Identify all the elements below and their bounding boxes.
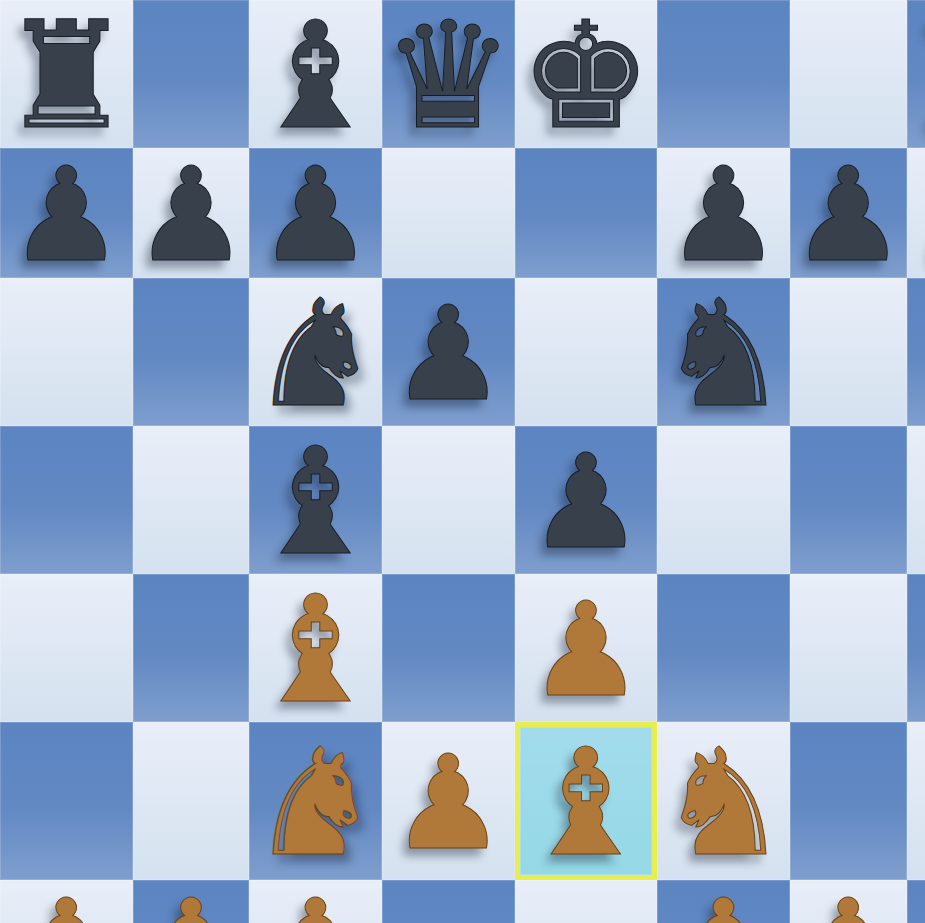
square-f3[interactable]: ♞: [657, 722, 790, 880]
square-h2[interactable]: ♟: [907, 880, 925, 923]
black-pawn[interactable]: ♟: [528, 437, 645, 567]
chess-board: ♜♝♛♚♜♟♟♟♟♟♟♞♟♞♝♟♝♟♞♟♝♞♟♟♟♟♟♟♜♛♚♜: [0, 0, 925, 923]
white-pawn[interactable]: ♟: [133, 882, 250, 923]
white-pawn[interactable]: ♟: [257, 882, 374, 923]
square-c4[interactable]: ♝: [249, 574, 382, 722]
square-c2[interactable]: ♟: [249, 880, 382, 923]
square-b7[interactable]: ♟: [133, 148, 250, 278]
black-king[interactable]: ♚: [520, 2, 653, 150]
white-bishop[interactable]: ♝: [249, 576, 382, 724]
square-b5[interactable]: [133, 426, 250, 574]
square-f6[interactable]: ♞: [657, 278, 790, 426]
square-e4[interactable]: ♟: [515, 574, 658, 722]
black-bishop[interactable]: ♝: [249, 2, 382, 150]
square-c5[interactable]: ♝: [249, 426, 382, 574]
white-knight[interactable]: ♞: [657, 729, 790, 877]
square-b2[interactable]: ♟: [133, 880, 250, 923]
square-d7[interactable]: [382, 148, 515, 278]
square-h5[interactable]: [907, 426, 925, 574]
square-a8[interactable]: ♜: [0, 0, 133, 148]
square-d2[interactable]: [382, 880, 515, 923]
chess-app: ♜♝♛♚♜♟♟♟♟♟♟♞♟♞♝♟♝♟♞♟♝♞♟♟♟♟♟♟♜♛♚♜: [0, 0, 925, 923]
square-c6[interactable]: ♞: [249, 278, 382, 426]
square-f4[interactable]: [657, 574, 790, 722]
square-b4[interactable]: [133, 574, 250, 722]
black-knight[interactable]: ♞: [249, 280, 382, 428]
black-pawn[interactable]: ♟: [665, 150, 782, 280]
white-bishop[interactable]: ♝: [520, 729, 653, 877]
square-a3[interactable]: [0, 722, 133, 880]
square-d6[interactable]: ♟: [382, 278, 515, 426]
white-pawn[interactable]: ♟: [390, 738, 507, 868]
black-rook[interactable]: ♜: [907, 2, 925, 150]
black-pawn[interactable]: ♟: [8, 150, 125, 280]
square-a6[interactable]: [0, 278, 133, 426]
square-g5[interactable]: [790, 426, 907, 574]
square-f2[interactable]: ♟: [657, 880, 790, 923]
square-e3[interactable]: ♝: [515, 722, 658, 880]
black-pawn[interactable]: ♟: [390, 289, 507, 419]
white-pawn[interactable]: ♟: [528, 585, 645, 715]
square-c8[interactable]: ♝: [249, 0, 382, 148]
square-e7[interactable]: [515, 148, 658, 278]
black-queen[interactable]: ♛: [382, 2, 515, 150]
black-pawn[interactable]: ♟: [133, 150, 250, 280]
white-pawn[interactable]: ♟: [8, 882, 125, 923]
square-b3[interactable]: [133, 722, 250, 880]
square-e5[interactable]: ♟: [515, 426, 658, 574]
square-a7[interactable]: ♟: [0, 148, 133, 278]
square-h4[interactable]: [907, 574, 925, 722]
square-d3[interactable]: ♟: [382, 722, 515, 880]
black-bishop[interactable]: ♝: [249, 428, 382, 576]
square-a5[interactable]: [0, 426, 133, 574]
square-c7[interactable]: ♟: [249, 148, 382, 278]
square-d4[interactable]: [382, 574, 515, 722]
square-g3[interactable]: [790, 722, 907, 880]
square-a2[interactable]: ♟: [0, 880, 133, 923]
white-knight[interactable]: ♞: [249, 729, 382, 877]
square-b8[interactable]: [133, 0, 250, 148]
black-rook[interactable]: ♜: [0, 2, 133, 150]
square-d8[interactable]: ♛: [382, 0, 515, 148]
square-h6[interactable]: [907, 278, 925, 426]
white-pawn[interactable]: ♟: [915, 882, 925, 923]
square-c3[interactable]: ♞: [249, 722, 382, 880]
square-g7[interactable]: ♟: [790, 148, 907, 278]
square-f7[interactable]: ♟: [657, 148, 790, 278]
black-pawn[interactable]: ♟: [915, 150, 925, 280]
square-g2[interactable]: ♟: [790, 880, 907, 923]
black-pawn[interactable]: ♟: [257, 150, 374, 280]
square-e8[interactable]: ♚: [515, 0, 658, 148]
square-d5[interactable]: [382, 426, 515, 574]
white-pawn[interactable]: ♟: [665, 882, 782, 923]
square-h3[interactable]: [907, 722, 925, 880]
square-f5[interactable]: [657, 426, 790, 574]
square-a4[interactable]: [0, 574, 133, 722]
black-pawn[interactable]: ♟: [790, 150, 907, 280]
square-e6[interactable]: [515, 278, 658, 426]
square-g4[interactable]: [790, 574, 907, 722]
white-pawn[interactable]: ♟: [790, 882, 907, 923]
square-g8[interactable]: [790, 0, 907, 148]
square-g6[interactable]: [790, 278, 907, 426]
square-f8[interactable]: [657, 0, 790, 148]
square-b6[interactable]: [133, 278, 250, 426]
square-e2[interactable]: [515, 880, 658, 923]
square-h7[interactable]: ♟: [907, 148, 925, 278]
black-knight[interactable]: ♞: [657, 280, 790, 428]
square-h8[interactable]: ♜: [907, 0, 925, 148]
